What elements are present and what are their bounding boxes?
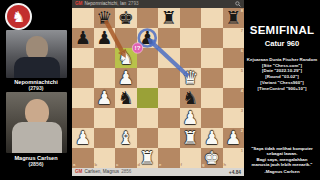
square-a6[interactable]: [72, 48, 94, 68]
square-b4[interactable]: ♟: [94, 88, 116, 108]
rank-label: 1: [241, 149, 243, 153]
player-rating-label: (2793): [0, 85, 72, 91]
black-king[interactable]: ♚: [115, 8, 137, 28]
pgn-line: Kejuaraan Dunia Fischer Random: [244, 57, 320, 63]
rank-label: 3: [241, 109, 243, 113]
square-e1[interactable]: e: [158, 148, 180, 168]
square-g2[interactable]: ♟: [201, 128, 223, 148]
channel-logo: ♞: [5, 3, 32, 30]
white-pawn[interactable]: ♟: [94, 88, 116, 108]
event-subtitle: Catur 960: [244, 39, 320, 48]
quote-line: manusia jauh lebih menarik.": [244, 162, 320, 167]
square-g3[interactable]: [201, 108, 223, 128]
square-e6[interactable]: [158, 48, 180, 68]
left-panel: ♞ Nepomniachtchi (2793) Magnus Carlsen (…: [0, 0, 72, 180]
rank-label: 5: [241, 69, 243, 73]
file-label: f: [181, 163, 182, 167]
square-a3[interactable]: [72, 108, 94, 128]
white-pawn[interactable]: ♟: [72, 128, 94, 148]
square-e2[interactable]: [158, 128, 180, 148]
square-g6[interactable]: [201, 48, 223, 68]
white-bishop[interactable]: ♝: [115, 128, 137, 148]
square-g1[interactable]: g♚: [201, 148, 223, 168]
square-d6[interactable]: [137, 48, 159, 68]
player-rating-label: (2856): [0, 161, 72, 167]
square-d3[interactable]: [137, 108, 159, 128]
square-c2[interactable]: ♝: [115, 128, 137, 148]
square-c3[interactable]: [115, 108, 137, 128]
square-b7[interactable]: ♟: [94, 28, 116, 48]
square-f8[interactable]: [180, 8, 202, 28]
square-c1[interactable]: c: [115, 148, 137, 168]
quote-block: "Saya tidak melihat komputersebagai lawa…: [244, 146, 320, 174]
white-player-bar: GM Carlsen, Magnus 2856 +4.84: [72, 168, 244, 176]
square-g8[interactable]: [201, 8, 223, 28]
square-b6[interactable]: [94, 48, 116, 68]
title-badge: GM: [75, 168, 82, 176]
evaluation-readout: +4.84: [229, 170, 241, 175]
white-knight[interactable]: ♞: [115, 48, 137, 68]
quote-attribution: -Magnus Carlsen: [244, 169, 320, 174]
file-label: b: [95, 163, 98, 167]
white-pawn[interactable]: ♟: [115, 68, 137, 88]
white-pawn[interactable]: ♟: [201, 128, 223, 148]
carlsen-caption: Magnus Carlsen (2856): [0, 155, 72, 167]
square-c4[interactable]: ♞: [115, 88, 137, 108]
square-g4[interactable]: [201, 88, 223, 108]
square-a5[interactable]: [72, 68, 94, 88]
nepomniachtchi-photo: [6, 30, 67, 78]
square-d4[interactable]: [137, 88, 159, 108]
square-d5[interactable]: [137, 68, 159, 88]
white-king[interactable]: ♚: [201, 148, 223, 168]
square-b5[interactable]: [94, 68, 116, 88]
square-d1[interactable]: d♜: [137, 148, 159, 168]
white-rook[interactable]: ♜: [137, 148, 159, 168]
square-g7[interactable]: [201, 28, 223, 48]
square-h3[interactable]: 3: [223, 108, 245, 128]
square-h2[interactable]: 2♟: [223, 128, 245, 148]
chess-board[interactable]: ♛♚♜8♜♟♟♟7♞6♟♛5♟♞♞4♟3♟♝♜♟2♟abcd♜efg♚h1: [72, 8, 244, 168]
portrait-suit: [14, 57, 60, 78]
square-f4[interactable]: ♞: [180, 88, 202, 108]
square-c8[interactable]: ♚: [115, 8, 137, 28]
square-c6[interactable]: ♞: [115, 48, 137, 68]
square-e5[interactable]: [158, 68, 180, 88]
file-label: e: [159, 163, 161, 167]
square-f3[interactable]: ♟: [180, 108, 202, 128]
square-e8[interactable]: ♜: [158, 8, 180, 28]
carlsen-photo: [6, 92, 67, 153]
white-queen[interactable]: ♛: [180, 68, 202, 88]
white-pawn[interactable]: ♟: [180, 108, 202, 128]
square-f1[interactable]: f: [180, 148, 202, 168]
square-d2[interactable]: [137, 128, 159, 148]
pgn-block: Kejuaraan Dunia Fischer Random[Site "Che…: [244, 57, 320, 91]
square-h1[interactable]: h1: [223, 148, 245, 168]
portrait-suit: [12, 122, 62, 153]
square-h4[interactable]: 4: [223, 88, 245, 108]
white-player-info: GM Carlsen, Magnus 2856: [75, 168, 131, 176]
file-label: a: [73, 163, 75, 167]
square-a7[interactable]: ♟: [72, 28, 94, 48]
square-f5[interactable]: ♛: [180, 68, 202, 88]
square-b8[interactable]: ♛: [94, 8, 116, 28]
black-rook[interactable]: ♜: [223, 8, 245, 28]
rank-label: 4: [241, 89, 243, 93]
square-d7[interactable]: ♟: [137, 28, 159, 48]
square-f7[interactable]: [180, 28, 202, 48]
black-pawn[interactable]: ♟: [137, 28, 159, 48]
black-knight[interactable]: ♞: [180, 88, 202, 108]
square-a4[interactable]: [72, 88, 94, 108]
white-pawn[interactable]: ♟: [223, 128, 245, 148]
square-g5[interactable]: [201, 68, 223, 88]
black-knight[interactable]: ♞: [115, 88, 137, 108]
white-player-rating: 2856: [121, 168, 131, 176]
square-c7[interactable]: [115, 28, 137, 48]
knight-crest-icon: ♞: [12, 9, 25, 24]
square-d8[interactable]: [137, 8, 159, 28]
title-badge: GM: [75, 0, 82, 8]
black-queen[interactable]: ♛: [94, 8, 116, 28]
square-b1[interactable]: b: [94, 148, 116, 168]
file-label: c: [116, 163, 118, 167]
white-rook[interactable]: ♜: [180, 128, 202, 148]
square-b3[interactable]: [94, 108, 116, 128]
square-h6[interactable]: 6: [223, 48, 245, 68]
square-a8[interactable]: [72, 8, 94, 28]
right-panel: SEMIFINAL Catur 960 Kejuaraan Dunia Fisc…: [244, 0, 320, 180]
square-a2[interactable]: ♟: [72, 128, 94, 148]
square-e3[interactable]: [158, 108, 180, 128]
white-player-name: Carlsen, Magnus: [84, 168, 119, 176]
square-h8[interactable]: 8♜: [223, 8, 245, 28]
square-c5[interactable]: ♟: [115, 68, 137, 88]
square-h7[interactable]: 7: [223, 28, 245, 48]
rank-label: 6: [241, 49, 243, 53]
black-rook[interactable]: ♜: [158, 8, 180, 28]
square-a1[interactable]: a: [72, 148, 94, 168]
square-f6[interactable]: [180, 48, 202, 68]
square-e4[interactable]: [158, 88, 180, 108]
event-title: SEMIFINAL: [244, 24, 320, 36]
square-b2[interactable]: [94, 128, 116, 148]
black-pawn[interactable]: ♟: [72, 28, 94, 48]
file-label: h: [224, 163, 227, 167]
square-h5[interactable]: 5: [223, 68, 245, 88]
pgn-line: [TimeControl "900+10"]: [244, 86, 320, 92]
nepomniachtchi-caption: Nepomniachtchi (2793): [0, 79, 72, 91]
square-f2[interactable]: ♜: [180, 128, 202, 148]
square-e7[interactable]: [158, 28, 180, 48]
rank-label: 7: [241, 29, 243, 33]
board-area: GM Nepomniachtchi, Ian 2793 ♛♚♜8♜♟♟♟7♞6♟…: [72, 0, 244, 176]
black-pawn[interactable]: ♟: [94, 28, 116, 48]
